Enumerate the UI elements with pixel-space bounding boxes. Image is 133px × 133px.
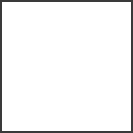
sudoku-board: [0, 0, 133, 133]
